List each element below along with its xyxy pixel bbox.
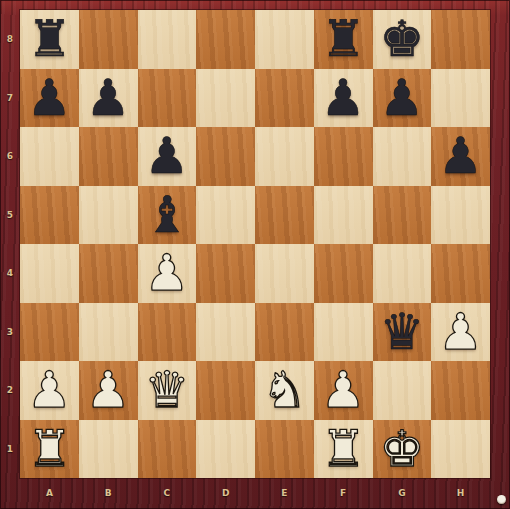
rank-label-8: 8 — [0, 10, 20, 69]
square-h6[interactable]: ♟ — [431, 127, 490, 186]
piece-white-king: ♚ — [379, 420, 424, 478]
square-f4[interactable] — [314, 244, 373, 303]
square-c2[interactable]: ♛ — [138, 361, 197, 420]
square-a7[interactable]: ♟ — [20, 69, 79, 128]
square-d7[interactable] — [196, 69, 255, 128]
square-f8[interactable]: ♜ — [314, 10, 373, 69]
rank-label-5: 5 — [0, 186, 20, 245]
square-f3[interactable] — [314, 303, 373, 362]
square-e5[interactable] — [255, 186, 314, 245]
square-d6[interactable] — [196, 127, 255, 186]
rank-label-7: 7 — [0, 69, 20, 128]
square-g6[interactable] — [373, 127, 432, 186]
square-a8[interactable]: ♜ — [20, 10, 79, 69]
file-label-a: A — [20, 478, 79, 509]
square-a1[interactable]: ♜ — [20, 420, 79, 479]
square-h4[interactable] — [431, 244, 490, 303]
piece-black-queen: ♛ — [379, 303, 424, 361]
square-e8[interactable] — [255, 10, 314, 69]
square-h2[interactable] — [431, 361, 490, 420]
square-h3[interactable]: ♟ — [431, 303, 490, 362]
file-label-h: H — [431, 478, 490, 509]
square-a2[interactable]: ♟ — [20, 361, 79, 420]
piece-black-rook: ♜ — [27, 10, 72, 68]
file-label-g: G — [373, 478, 432, 509]
square-d8[interactable] — [196, 10, 255, 69]
square-e2[interactable]: ♞ — [255, 361, 314, 420]
square-g7[interactable]: ♟ — [373, 69, 432, 128]
square-b2[interactable]: ♟ — [79, 361, 138, 420]
square-b5[interactable] — [79, 186, 138, 245]
rank-label-4: 4 — [0, 244, 20, 303]
file-label-c: C — [138, 478, 197, 509]
piece-black-pawn: ♟ — [379, 69, 424, 127]
square-e4[interactable] — [255, 244, 314, 303]
square-a6[interactable] — [20, 127, 79, 186]
square-b4[interactable] — [79, 244, 138, 303]
rank-label-2: 2 — [0, 361, 20, 420]
square-f2[interactable]: ♟ — [314, 361, 373, 420]
square-a4[interactable] — [20, 244, 79, 303]
square-b8[interactable] — [79, 10, 138, 69]
square-g8[interactable]: ♚ — [373, 10, 432, 69]
square-b3[interactable] — [79, 303, 138, 362]
file-label-b: B — [79, 478, 138, 509]
piece-black-pawn: ♟ — [27, 69, 72, 127]
square-g3[interactable]: ♛ — [373, 303, 432, 362]
square-c7[interactable] — [138, 69, 197, 128]
square-b6[interactable] — [79, 127, 138, 186]
square-g5[interactable] — [373, 186, 432, 245]
square-e6[interactable] — [255, 127, 314, 186]
piece-white-queen: ♛ — [144, 361, 189, 419]
square-g2[interactable] — [373, 361, 432, 420]
square-c5[interactable]: ♝ — [138, 186, 197, 245]
piece-black-king: ♚ — [379, 10, 424, 68]
square-g4[interactable] — [373, 244, 432, 303]
square-g1[interactable]: ♚ — [373, 420, 432, 479]
piece-white-pawn: ♟ — [321, 361, 366, 419]
square-d3[interactable] — [196, 303, 255, 362]
square-c6[interactable]: ♟ — [138, 127, 197, 186]
rank-label-3: 3 — [0, 303, 20, 362]
piece-white-knight: ♞ — [262, 361, 307, 419]
piece-black-bishop: ♝ — [144, 186, 189, 244]
square-f6[interactable] — [314, 127, 373, 186]
piece-white-pawn: ♟ — [86, 361, 131, 419]
square-h8[interactable] — [431, 10, 490, 69]
piece-white-pawn: ♟ — [144, 244, 189, 302]
square-f5[interactable] — [314, 186, 373, 245]
square-d4[interactable] — [196, 244, 255, 303]
square-d2[interactable] — [196, 361, 255, 420]
piece-black-pawn: ♟ — [438, 127, 483, 185]
square-c3[interactable] — [138, 303, 197, 362]
file-label-e: E — [255, 478, 314, 509]
piece-black-pawn: ♟ — [321, 69, 366, 127]
chess-board: ♜♜♚♟♟♟♟♟♟♝♟♛♟♟♟♛♞♟♜♜♚ — [20, 10, 490, 478]
piece-black-pawn: ♟ — [144, 127, 189, 185]
square-h7[interactable] — [431, 69, 490, 128]
square-a3[interactable] — [20, 303, 79, 362]
square-e7[interactable] — [255, 69, 314, 128]
piece-black-pawn: ♟ — [86, 69, 131, 127]
square-e3[interactable] — [255, 303, 314, 362]
square-a5[interactable] — [20, 186, 79, 245]
piece-white-pawn: ♟ — [27, 361, 72, 419]
piece-white-rook: ♜ — [321, 420, 366, 478]
file-label-f: F — [314, 478, 373, 509]
square-b1[interactable] — [79, 420, 138, 479]
square-h5[interactable] — [431, 186, 490, 245]
white-to-move-indicator — [497, 495, 506, 504]
square-f7[interactable]: ♟ — [314, 69, 373, 128]
square-f1[interactable]: ♜ — [314, 420, 373, 479]
square-c4[interactable]: ♟ — [138, 244, 197, 303]
square-e1[interactable] — [255, 420, 314, 479]
square-h1[interactable] — [431, 420, 490, 479]
piece-black-rook: ♜ — [321, 10, 366, 68]
piece-white-rook: ♜ — [27, 420, 72, 478]
square-b7[interactable]: ♟ — [79, 69, 138, 128]
square-c8[interactable] — [138, 10, 197, 69]
piece-white-pawn: ♟ — [438, 303, 483, 361]
square-c1[interactable] — [138, 420, 197, 479]
board-frame: ♜♜♚♟♟♟♟♟♟♝♟♛♟♟♟♛♞♟♜♜♚ 87654321 ABCDEFGH — [0, 0, 510, 509]
rank-label-1: 1 — [0, 420, 20, 479]
rank-label-6: 6 — [0, 127, 20, 186]
file-label-d: D — [196, 478, 255, 509]
square-d5[interactable] — [196, 186, 255, 245]
square-d1[interactable] — [196, 420, 255, 479]
